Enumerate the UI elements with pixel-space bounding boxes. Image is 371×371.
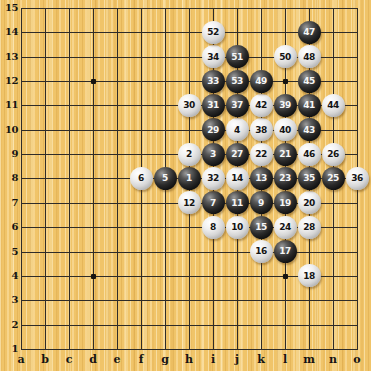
stone-number: 16 <box>255 246 267 256</box>
stone-h8-move-1: 1 <box>178 167 201 190</box>
stone-k5-move-16: 16 <box>250 240 273 263</box>
stone-m6-move-28: 28 <box>298 216 321 239</box>
stone-i14-move-52: 52 <box>202 21 225 44</box>
stone-number: 46 <box>303 149 315 159</box>
stone-k8-move-13: 13 <box>250 167 273 190</box>
stone-number: 19 <box>279 198 291 208</box>
stone-k10-move-38: 38 <box>250 118 273 141</box>
stone-j13-move-51: 51 <box>226 45 249 68</box>
stone-l7-move-19: 19 <box>274 191 297 214</box>
stone-number: 14 <box>231 173 243 183</box>
stone-i8-move-32: 32 <box>202 167 225 190</box>
stone-number: 22 <box>255 149 267 159</box>
stone-number: 32 <box>207 173 219 183</box>
stone-g8-move-5: 5 <box>154 167 177 190</box>
stone-h11-move-30: 30 <box>178 94 201 117</box>
stone-number: 44 <box>327 100 339 110</box>
stone-number: 13 <box>255 173 267 183</box>
stone-l13-move-50: 50 <box>274 45 297 68</box>
stone-j6-move-10: 10 <box>226 216 249 239</box>
stone-number: 29 <box>207 125 219 135</box>
stone-number: 2 <box>186 149 192 159</box>
stone-l9-move-21: 21 <box>274 143 297 166</box>
stone-l6-move-24: 24 <box>274 216 297 239</box>
stone-i7-move-7: 7 <box>202 191 225 214</box>
stone-number: 8 <box>210 222 216 232</box>
stone-number: 45 <box>303 76 315 86</box>
stone-m12-move-45: 45 <box>298 70 321 93</box>
stone-number: 35 <box>303 173 315 183</box>
stone-number: 10 <box>231 222 243 232</box>
stone-k12-move-49: 49 <box>250 70 273 93</box>
stone-m9-move-46: 46 <box>298 143 321 166</box>
stone-number: 9 <box>258 198 264 208</box>
stone-h7-move-12: 12 <box>178 191 201 214</box>
stone-number: 20 <box>303 198 315 208</box>
stone-number: 37 <box>231 100 243 110</box>
stone-number: 30 <box>183 100 195 110</box>
stone-k7-move-9: 9 <box>250 191 273 214</box>
stone-number: 49 <box>255 76 267 86</box>
stone-i12-move-33: 33 <box>202 70 225 93</box>
stone-i6-move-8: 8 <box>202 216 225 239</box>
stone-n8-move-25: 25 <box>322 167 345 190</box>
stone-number: 23 <box>279 173 291 183</box>
stone-number: 6 <box>138 173 144 183</box>
stone-l11-move-39: 39 <box>274 94 297 117</box>
stone-j7-move-11: 11 <box>226 191 249 214</box>
stone-number: 7 <box>210 198 216 208</box>
stone-number: 48 <box>303 52 315 62</box>
stone-i9-move-3: 3 <box>202 143 225 166</box>
stone-m14-move-47: 47 <box>298 21 321 44</box>
stone-o8-move-36: 36 <box>346 167 369 190</box>
stone-number: 31 <box>207 100 219 110</box>
stone-number: 28 <box>303 222 315 232</box>
stone-i10-move-29: 29 <box>202 118 225 141</box>
stone-h9-move-2: 2 <box>178 143 201 166</box>
stone-k11-move-42: 42 <box>250 94 273 117</box>
stone-number: 12 <box>183 198 195 208</box>
stone-n11-move-44: 44 <box>322 94 345 117</box>
stone-i13-move-34: 34 <box>202 45 225 68</box>
stone-k6-move-15: 15 <box>250 216 273 239</box>
stone-j9-move-27: 27 <box>226 143 249 166</box>
stone-j8-move-14: 14 <box>226 167 249 190</box>
stone-number: 17 <box>279 246 291 256</box>
stones-grid: 1234567891011121314151617181920212223242… <box>9 0 369 361</box>
stone-number: 40 <box>279 125 291 135</box>
stone-number: 42 <box>255 100 267 110</box>
stone-n9-move-26: 26 <box>322 143 345 166</box>
stone-number: 26 <box>327 149 339 159</box>
stone-f8-move-6: 6 <box>130 167 153 190</box>
gomoku-board-app: 151413121110987654321 abcdefghijklmno 12… <box>0 0 371 371</box>
stone-j11-move-37: 37 <box>226 94 249 117</box>
stone-m10-move-43: 43 <box>298 118 321 141</box>
stone-number: 3 <box>210 149 216 159</box>
stone-i11-move-31: 31 <box>202 94 225 117</box>
stone-number: 50 <box>279 52 291 62</box>
stone-number: 47 <box>303 27 315 37</box>
stone-number: 24 <box>279 222 291 232</box>
stone-number: 34 <box>207 52 219 62</box>
stone-number: 43 <box>303 125 315 135</box>
stone-m13-move-48: 48 <box>298 45 321 68</box>
stone-number: 5 <box>162 173 168 183</box>
stone-number: 27 <box>231 149 243 159</box>
stone-k9-move-22: 22 <box>250 143 273 166</box>
stone-number: 4 <box>234 125 240 135</box>
stone-m11-move-41: 41 <box>298 94 321 117</box>
stone-number: 41 <box>303 100 315 110</box>
stone-m7-move-20: 20 <box>298 191 321 214</box>
stone-number: 18 <box>303 271 315 281</box>
stone-number: 51 <box>231 52 243 62</box>
stone-l10-move-40: 40 <box>274 118 297 141</box>
stone-number: 52 <box>207 27 219 37</box>
stone-number: 36 <box>351 173 363 183</box>
stone-number: 53 <box>231 76 243 86</box>
stone-number: 15 <box>255 222 267 232</box>
stone-m4-move-18: 18 <box>298 264 321 287</box>
stone-number: 39 <box>279 100 291 110</box>
stone-j10-move-4: 4 <box>226 118 249 141</box>
stone-number: 11 <box>231 198 243 208</box>
stone-number: 1 <box>186 173 192 183</box>
stone-number: 38 <box>255 125 267 135</box>
stone-l8-move-23: 23 <box>274 167 297 190</box>
stone-number: 25 <box>327 173 339 183</box>
stone-j12-move-53: 53 <box>226 70 249 93</box>
stone-m8-move-35: 35 <box>298 167 321 190</box>
stone-l5-move-17: 17 <box>274 240 297 263</box>
stone-number: 21 <box>279 149 291 159</box>
stone-number: 33 <box>207 76 219 86</box>
